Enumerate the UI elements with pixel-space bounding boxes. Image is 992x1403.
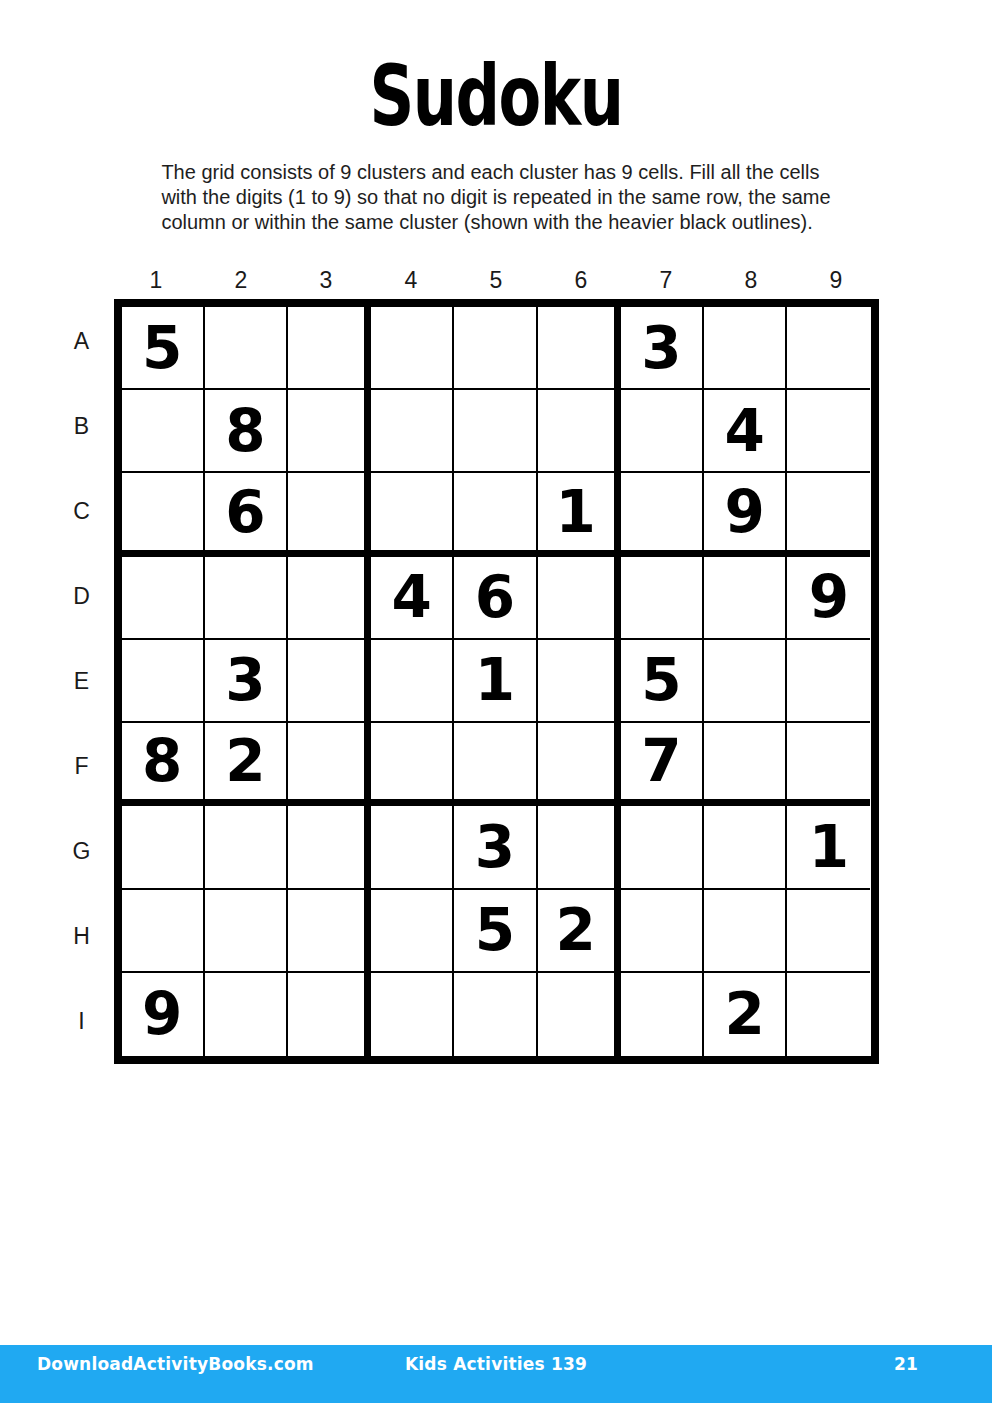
cell-A3[interactable] [288,307,371,390]
cell-I3[interactable] [288,973,371,1056]
cell-D8[interactable] [704,557,787,640]
cell-G7[interactable] [621,806,704,889]
cell-D5: 6 [454,557,537,640]
cell-I4[interactable] [371,973,454,1056]
cell-H9[interactable] [787,890,870,973]
cell-A6[interactable] [538,307,621,390]
cell-C2: 6 [205,473,288,556]
cell-D4: 4 [371,557,454,640]
cell-H7[interactable] [621,890,704,973]
cell-G4[interactable] [371,806,454,889]
cell-I7[interactable] [621,973,704,1056]
col-label-5: 5 [454,265,539,294]
cell-B2: 8 [205,390,288,473]
cell-B9[interactable] [787,390,870,473]
cell-I2[interactable] [205,973,288,1056]
cell-E9[interactable] [787,640,870,723]
cell-F2: 2 [205,723,288,806]
instructions-line-1: The grid consists of 9 clusters and each… [161,160,830,185]
cell-C4[interactable] [371,473,454,556]
cell-B7[interactable] [621,390,704,473]
cell-F5[interactable] [454,723,537,806]
row-label-H: H [64,894,100,979]
row-label-C: C [64,469,100,554]
cell-B4[interactable] [371,390,454,473]
footer-website: DownloadActivityBooks.com [37,1354,314,1374]
cell-I5[interactable] [454,973,537,1056]
row-label-B: B [64,384,100,469]
cell-B1[interactable] [122,390,205,473]
cell-C5[interactable] [454,473,537,556]
col-label-1: 1 [114,265,199,294]
col-label-4: 4 [369,265,454,294]
col-label-8: 8 [709,265,794,294]
cell-E1[interactable] [122,640,205,723]
cell-G5: 3 [454,806,537,889]
footer-page-number: 21 [894,1354,918,1374]
footer-bar: DownloadActivityBooks.com Kids Activitie… [0,1345,992,1403]
instructions-line-3: column or within the same cluster (shown… [161,210,830,235]
page-title: Sudoku [129,50,863,142]
col-label-3: 3 [284,265,369,294]
col-label-7: 7 [624,265,709,294]
footer-book-title: Kids Activities 139 [405,1354,587,1374]
cell-A7: 3 [621,307,704,390]
cell-I1: 9 [122,973,205,1056]
cell-A4[interactable] [371,307,454,390]
col-label-6: 6 [539,265,624,294]
row-labels: ABCDEFGHI [64,299,100,1064]
cell-I6[interactable] [538,973,621,1056]
cell-A2[interactable] [205,307,288,390]
cell-E4[interactable] [371,640,454,723]
col-label-2: 2 [199,265,284,294]
cell-G3[interactable] [288,806,371,889]
sudoku-grid-area: 123456789 ABCDEFGHI 53846194693158273152… [114,265,879,1064]
row-label-D: D [64,554,100,639]
cell-B3[interactable] [288,390,371,473]
cell-A5[interactable] [454,307,537,390]
cell-C8: 9 [704,473,787,556]
cell-D6[interactable] [538,557,621,640]
worksheet-page: Sudoku The grid consists of 9 clusters a… [0,0,992,1403]
cell-C7[interactable] [621,473,704,556]
cell-F9[interactable] [787,723,870,806]
cell-G6[interactable] [538,806,621,889]
board-wrap: ABCDEFGHI 5384619469315827315292 [114,299,879,1064]
cell-F1: 8 [122,723,205,806]
cell-D7[interactable] [621,557,704,640]
instructions: The grid consists of 9 clusters and each… [161,160,830,235]
cell-C1[interactable] [122,473,205,556]
cell-I9[interactable] [787,973,870,1056]
cell-F8[interactable] [704,723,787,806]
cell-H3[interactable] [288,890,371,973]
cell-H5: 5 [454,890,537,973]
cell-B6[interactable] [538,390,621,473]
column-labels: 123456789 [114,265,879,294]
cell-D9: 9 [787,557,870,640]
cell-H6: 2 [538,890,621,973]
row-label-G: G [64,809,100,894]
cell-G1[interactable] [122,806,205,889]
cell-H4[interactable] [371,890,454,973]
cell-G9: 1 [787,806,870,889]
cell-C3[interactable] [288,473,371,556]
cell-A9[interactable] [787,307,870,390]
row-label-E: E [64,639,100,724]
cell-B8: 4 [704,390,787,473]
col-label-9: 9 [794,265,879,294]
cell-E5: 1 [454,640,537,723]
cell-B5[interactable] [454,390,537,473]
row-label-I: I [64,979,100,1064]
cell-H8[interactable] [704,890,787,973]
cell-I8: 2 [704,973,787,1056]
cell-D1[interactable] [122,557,205,640]
row-label-F: F [64,724,100,809]
cell-G8[interactable] [704,806,787,889]
row-label-A: A [64,299,100,384]
cell-A1: 5 [122,307,205,390]
cell-D3[interactable] [288,557,371,640]
cell-E3[interactable] [288,640,371,723]
cell-F6[interactable] [538,723,621,806]
cell-A8[interactable] [704,307,787,390]
cell-E8[interactable] [704,640,787,723]
cell-C9[interactable] [787,473,870,556]
cell-C6: 1 [538,473,621,556]
cell-G2[interactable] [205,806,288,889]
cell-E6[interactable] [538,640,621,723]
cell-F3[interactable] [288,723,371,806]
cell-H1[interactable] [122,890,205,973]
cell-F4[interactable] [371,723,454,806]
cell-F7: 7 [621,723,704,806]
cell-E2: 3 [205,640,288,723]
sudoku-board: 5384619469315827315292 [114,299,879,1064]
cell-H2[interactable] [205,890,288,973]
cell-D2[interactable] [205,557,288,640]
cell-E7: 5 [621,640,704,723]
instructions-line-2: with the digits (1 to 9) so that no digi… [161,185,830,210]
